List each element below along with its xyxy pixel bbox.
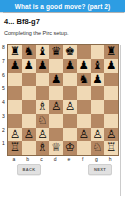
chess-board-area: 87654321 ♜♞♝♛♚♜♟♟♟♟♟♝♟♟♞♟♗♙♙♘♙♙♙♙♙♙♖♗♕♔♘… (0, 44, 125, 162)
square-g6[interactable]: ♟ (91, 73, 105, 87)
square-b1[interactable] (22, 141, 36, 155)
square-c3[interactable]: ♘ (36, 114, 50, 128)
file-label-h: h (103, 156, 117, 162)
square-f1[interactable] (77, 141, 91, 155)
square-a7[interactable]: ♟ (8, 59, 22, 73)
scrollbar[interactable] (120, 45, 122, 196)
next-button[interactable]: NEXT (88, 164, 112, 175)
square-c4[interactable]: ♗ (36, 100, 50, 114)
square-d6[interactable]: ♟ (49, 73, 63, 87)
square-g2[interactable]: ♙ (91, 128, 105, 142)
square-e5[interactable] (63, 86, 77, 100)
square-d4[interactable]: ♙ (49, 100, 63, 114)
square-h4[interactable] (104, 100, 118, 114)
square-g5[interactable] (91, 86, 105, 100)
square-e3[interactable] (63, 114, 77, 128)
chess-board[interactable]: ♜♞♝♛♚♜♟♟♟♟♟♝♟♟♞♟♗♙♙♘♙♙♙♙♙♙♖♗♕♔♘♖ (7, 44, 119, 156)
move-label: 4... Bf8-g7 (4, 17, 125, 26)
square-b7[interactable]: ♟ (22, 59, 36, 73)
rank-label-8: 8 (0, 44, 7, 58)
square-d8[interactable]: ♛ (49, 45, 63, 59)
square-f3[interactable] (77, 114, 91, 128)
square-b6[interactable] (22, 73, 36, 87)
square-c5[interactable] (36, 86, 50, 100)
rank-label-6: 6 (0, 72, 7, 86)
file-label-b: b (21, 156, 35, 162)
square-a5[interactable] (8, 86, 22, 100)
square-b4[interactable] (22, 100, 36, 114)
square-d2[interactable] (49, 128, 63, 142)
square-c7[interactable]: ♟ (36, 59, 50, 73)
square-g1[interactable]: ♘ (91, 141, 105, 155)
square-h7[interactable]: ♟ (104, 59, 118, 73)
square-d7[interactable] (49, 59, 63, 73)
file-label-e: e (62, 156, 76, 162)
square-f2[interactable]: ♙ (77, 128, 91, 142)
square-e7[interactable]: ♟ (63, 59, 77, 73)
square-b8[interactable]: ♞ (22, 45, 36, 59)
file-labels: abcdefgh (7, 156, 125, 162)
square-a6[interactable] (8, 73, 22, 87)
square-g7[interactable]: ♝ (91, 59, 105, 73)
app-title-bar: What is a good move? (part 2) (0, 0, 125, 12)
square-h5[interactable] (104, 86, 118, 100)
square-d1[interactable]: ♕ (49, 141, 63, 155)
square-a3[interactable] (8, 114, 22, 128)
square-b3[interactable] (22, 114, 36, 128)
square-b5[interactable] (22, 86, 36, 100)
square-e2[interactable] (63, 128, 77, 142)
rank-label-2: 2 (0, 127, 7, 141)
square-a1[interactable]: ♖ (8, 141, 22, 155)
square-c8[interactable]: ♝ (36, 45, 50, 59)
square-f4[interactable] (77, 100, 91, 114)
rank-label-4: 4 (0, 99, 7, 113)
file-label-f: f (76, 156, 90, 162)
square-d3[interactable] (49, 114, 63, 128)
nav-button-row: BACK NEXT (0, 162, 125, 175)
square-h1[interactable]: ♖ (104, 141, 118, 155)
square-b2[interactable]: ♙ (22, 128, 36, 142)
rank-label-1: 1 (0, 140, 7, 154)
rank-label-3: 3 (0, 113, 7, 127)
rank-label-7: 7 (0, 58, 7, 72)
square-e1[interactable]: ♔ (63, 141, 77, 155)
app-screen: What is a good move? (part 2) 4... Bf8-g… (0, 0, 125, 200)
square-h2[interactable]: ♙ (104, 128, 118, 142)
square-h3[interactable] (104, 114, 118, 128)
page-title: What is a good move? (part 2) (15, 3, 111, 10)
square-f5[interactable] (77, 86, 91, 100)
file-label-g: g (90, 156, 104, 162)
square-a4[interactable] (8, 100, 22, 114)
back-button[interactable]: BACK (17, 164, 41, 175)
square-f6[interactable]: ♞ (77, 73, 91, 87)
file-label-d: d (48, 156, 62, 162)
move-comment: Completing the Pirc setup. (4, 30, 125, 36)
square-c6[interactable] (36, 73, 50, 87)
square-a2[interactable]: ♙ (8, 128, 22, 142)
square-h8[interactable]: ♜ (104, 45, 118, 59)
square-f7[interactable]: ♟ (77, 59, 91, 73)
square-d5[interactable] (49, 86, 63, 100)
square-h6[interactable] (104, 73, 118, 87)
square-f8[interactable] (77, 45, 91, 59)
square-c1[interactable]: ♗ (36, 141, 50, 155)
rank-label-5: 5 (0, 85, 7, 99)
square-g4[interactable] (91, 100, 105, 114)
file-label-c: c (35, 156, 49, 162)
file-label-a: a (7, 156, 21, 162)
square-e8[interactable]: ♚ (63, 45, 77, 59)
square-c2[interactable]: ♙ (36, 128, 50, 142)
square-g3[interactable] (91, 114, 105, 128)
square-a8[interactable]: ♜ (8, 45, 22, 59)
square-e4[interactable]: ♙ (63, 100, 77, 114)
square-e6[interactable] (63, 73, 77, 87)
rank-labels: 87654321 (0, 44, 7, 156)
square-g8[interactable] (91, 45, 105, 59)
